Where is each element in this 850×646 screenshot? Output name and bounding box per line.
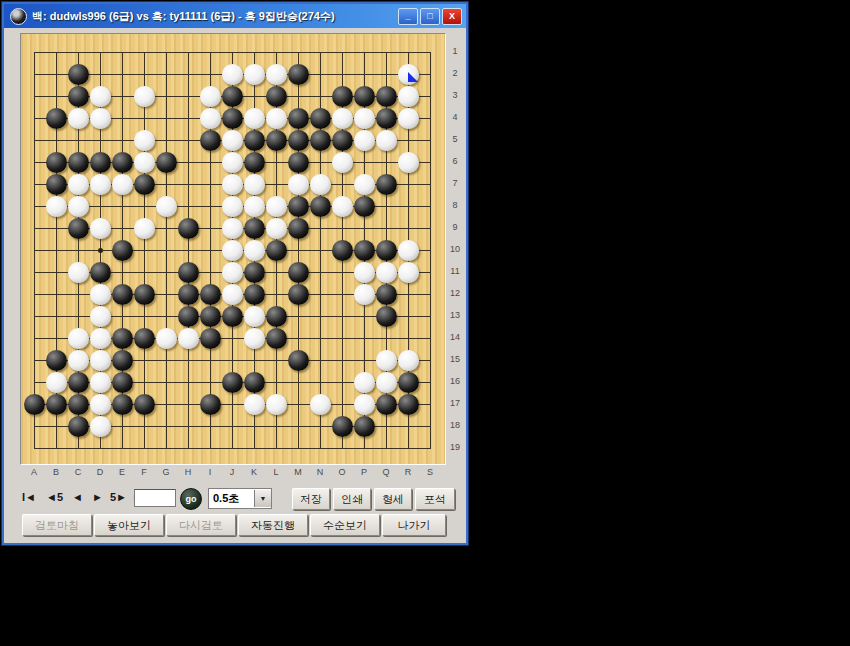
stone-M4[interactable] <box>288 108 309 129</box>
stone-E15[interactable] <box>112 350 133 371</box>
stone-K10[interactable] <box>244 240 265 261</box>
row-label-12: 12 <box>446 288 464 298</box>
column-label-P: P <box>355 467 373 477</box>
stone-K17[interactable] <box>244 394 265 415</box>
stone-D7[interactable] <box>90 174 111 195</box>
stone-H12[interactable] <box>178 284 199 305</box>
stone-R11[interactable] <box>398 262 419 283</box>
row-label-14: 14 <box>446 332 464 342</box>
nav-forward5-button[interactable]: 5► <box>110 491 127 503</box>
stone-E16[interactable] <box>112 372 133 393</box>
stone-Q5[interactable] <box>376 130 397 151</box>
row-label-5: 5 <box>446 134 464 144</box>
stone-D15[interactable] <box>90 350 111 371</box>
column-label-M: M <box>289 467 307 477</box>
column-label-J: J <box>223 467 241 477</box>
desktop: { "game": "go", "window": { "title": "백:… <box>0 0 850 646</box>
stone-M5[interactable] <box>288 130 309 151</box>
stone-P11[interactable] <box>354 262 375 283</box>
column-label-C: C <box>69 467 87 477</box>
stone-F6[interactable] <box>134 152 155 173</box>
re-review-button[interactable]: 다시검토 <box>166 514 236 536</box>
stone-M11[interactable] <box>288 262 309 283</box>
stone-R2[interactable] <box>398 64 419 85</box>
stone-L13[interactable] <box>266 306 287 327</box>
stone-N8[interactable] <box>310 196 331 217</box>
stone-J7[interactable] <box>222 174 243 195</box>
stone-E17[interactable] <box>112 394 133 415</box>
stone-I4[interactable] <box>200 108 221 129</box>
stone-L17[interactable] <box>266 394 287 415</box>
stone-D13[interactable] <box>90 306 111 327</box>
stone-D4[interactable] <box>90 108 111 129</box>
shape-button[interactable]: 형세 <box>374 488 412 510</box>
controls-row-1: Ι◄ ◄5 ◄ ► 5► ►Ι go 0.5초 ▼ 저장 인쇄 형세 포석 <box>4 488 466 512</box>
stone-R10[interactable] <box>398 240 419 261</box>
stone-Q11[interactable] <box>376 262 397 283</box>
stone-K16[interactable] <box>244 372 265 393</box>
row-label-7: 7 <box>446 178 464 188</box>
column-label-L: L <box>267 467 285 477</box>
stone-N17[interactable] <box>310 394 331 415</box>
column-label-S: S <box>421 467 439 477</box>
column-label-N: N <box>311 467 329 477</box>
stone-P5[interactable] <box>354 130 375 151</box>
stone-M9[interactable] <box>288 218 309 239</box>
stone-I5[interactable] <box>200 130 221 151</box>
row-label-8: 8 <box>446 200 464 210</box>
nav-back-button[interactable]: ◄ <box>72 491 83 503</box>
row-label-15: 15 <box>446 354 464 364</box>
stone-O10[interactable] <box>332 240 353 261</box>
stone-Q4[interactable] <box>376 108 397 129</box>
stone-F14[interactable] <box>134 328 155 349</box>
stone-D12[interactable] <box>90 284 111 305</box>
stone-C16[interactable] <box>68 372 89 393</box>
stone-Q10[interactable] <box>376 240 397 261</box>
stone-J12[interactable] <box>222 284 243 305</box>
stone-J3[interactable] <box>222 86 243 107</box>
stone-F17[interactable] <box>134 394 155 415</box>
stone-P7[interactable] <box>354 174 375 195</box>
stone-D16[interactable] <box>90 372 111 393</box>
stone-R4[interactable] <box>398 108 419 129</box>
stone-F9[interactable] <box>134 218 155 239</box>
stone-E7[interactable] <box>112 174 133 195</box>
stone-H9[interactable] <box>178 218 199 239</box>
window-title: 백: dudwls996 (6급) vs 흑: ty11111 (6급) - 흑… <box>32 9 396 24</box>
column-label-Q: Q <box>377 467 395 477</box>
stone-O3[interactable] <box>332 86 353 107</box>
stone-R3[interactable] <box>398 86 419 107</box>
grid-line <box>34 448 431 449</box>
stone-P4[interactable] <box>354 108 375 129</box>
minimize-button[interactable]: _ <box>398 8 418 25</box>
stone-L14[interactable] <box>266 328 287 349</box>
stone-K4[interactable] <box>244 108 265 129</box>
stone-H14[interactable] <box>178 328 199 349</box>
stone-K7[interactable] <box>244 174 265 195</box>
nav-first-button[interactable]: Ι◄ <box>22 491 36 503</box>
stone-O4[interactable] <box>332 108 353 129</box>
stone-B17[interactable] <box>46 394 67 415</box>
stone-J11[interactable] <box>222 262 243 283</box>
stone-R16[interactable] <box>398 372 419 393</box>
stone-F3[interactable] <box>134 86 155 107</box>
stone-J6[interactable] <box>222 152 243 173</box>
row-label-2: 2 <box>446 68 464 78</box>
go-board[interactable] <box>20 33 446 465</box>
maximize-button[interactable]: □ <box>420 8 440 25</box>
stone-P8[interactable] <box>354 196 375 217</box>
stone-M12[interactable] <box>288 284 309 305</box>
stone-C9[interactable] <box>68 218 89 239</box>
row-label-6: 6 <box>446 156 464 166</box>
stone-K8[interactable] <box>244 196 265 217</box>
stone-F7[interactable] <box>134 174 155 195</box>
stone-E12[interactable] <box>112 284 133 305</box>
stone-J10[interactable] <box>222 240 243 261</box>
stone-Q12[interactable] <box>376 284 397 305</box>
stone-K11[interactable] <box>244 262 265 283</box>
stone-L3[interactable] <box>266 86 287 107</box>
review-end-button[interactable]: 검토마침 <box>22 514 92 536</box>
stone-Q17[interactable] <box>376 394 397 415</box>
exit-button[interactable]: 나가기 <box>382 514 446 536</box>
stone-B7[interactable] <box>46 174 67 195</box>
stone-E10[interactable] <box>112 240 133 261</box>
stone-J9[interactable] <box>222 218 243 239</box>
column-label-K: K <box>245 467 263 477</box>
save-button[interactable]: 저장 <box>292 488 330 510</box>
row-label-18: 18 <box>446 420 464 430</box>
stone-A17[interactable] <box>24 394 45 415</box>
stone-Q16[interactable] <box>376 372 397 393</box>
stone-R17[interactable] <box>398 394 419 415</box>
stone-R6[interactable] <box>398 152 419 173</box>
row-label-13: 13 <box>446 310 464 320</box>
row-label-16: 16 <box>446 376 464 386</box>
stone-P12[interactable] <box>354 284 375 305</box>
nav-forward-button[interactable]: ► <box>92 491 103 503</box>
column-label-R: R <box>399 467 417 477</box>
stone-H11[interactable] <box>178 262 199 283</box>
stone-M6[interactable] <box>288 152 309 173</box>
column-label-D: D <box>91 467 109 477</box>
stone-L9[interactable] <box>266 218 287 239</box>
stone-M2[interactable] <box>288 64 309 85</box>
opening-button[interactable]: 포석 <box>415 488 455 510</box>
row-label-17: 17 <box>446 398 464 408</box>
controls-row-2: 검토마침 놓아보기 다시검토 자동진행 수순보기 나가기 <box>4 514 466 538</box>
stone-M15[interactable] <box>288 350 309 371</box>
column-label-B: B <box>47 467 65 477</box>
stone-P3[interactable] <box>354 86 375 107</box>
stone-G8[interactable] <box>156 196 177 217</box>
stone-M7[interactable] <box>288 174 309 195</box>
column-label-G: G <box>157 467 175 477</box>
stone-M8[interactable] <box>288 196 309 217</box>
stone-D6[interactable] <box>90 152 111 173</box>
star-point <box>98 248 103 253</box>
column-label-E: E <box>113 467 131 477</box>
stone-D18[interactable] <box>90 416 111 437</box>
stone-C18[interactable] <box>68 416 89 437</box>
last-move-marker <box>408 72 418 82</box>
column-label-A: A <box>25 467 43 477</box>
stone-I12[interactable] <box>200 284 221 305</box>
stone-B4[interactable] <box>46 108 67 129</box>
stone-O8[interactable] <box>332 196 353 217</box>
stone-L4[interactable] <box>266 108 287 129</box>
stone-D11[interactable] <box>90 262 111 283</box>
move-number-input[interactable] <box>134 489 176 507</box>
stone-C4[interactable] <box>68 108 89 129</box>
stone-N4[interactable] <box>310 108 331 129</box>
stone-R15[interactable] <box>398 350 419 371</box>
stone-B6[interactable] <box>46 152 67 173</box>
stone-K13[interactable] <box>244 306 265 327</box>
print-button[interactable]: 인쇄 <box>333 488 371 510</box>
row-label-4: 4 <box>446 112 464 122</box>
go-stone-app-icon <box>10 8 27 25</box>
board-area: 12345678910111213141516171819ABCDEFGHIJK… <box>20 33 464 483</box>
stone-J8[interactable] <box>222 196 243 217</box>
stone-F12[interactable] <box>134 284 155 305</box>
column-label-F: F <box>135 467 153 477</box>
stone-Q15[interactable] <box>376 350 397 371</box>
stone-L5[interactable] <box>266 130 287 151</box>
stone-G14[interactable] <box>156 328 177 349</box>
stone-P18[interactable] <box>354 416 375 437</box>
row-label-10: 10 <box>446 244 464 254</box>
dropdown-arrow-icon[interactable]: ▼ <box>254 490 271 507</box>
stone-J5[interactable] <box>222 130 243 151</box>
stone-I14[interactable] <box>200 328 221 349</box>
stone-J2[interactable] <box>222 64 243 85</box>
stone-B16[interactable] <box>46 372 67 393</box>
row-label-11: 11 <box>446 266 464 276</box>
stone-L8[interactable] <box>266 196 287 217</box>
row-label-19: 19 <box>446 442 464 452</box>
stone-K14[interactable] <box>244 328 265 349</box>
stone-I13[interactable] <box>200 306 221 327</box>
stone-K12[interactable] <box>244 284 265 305</box>
stone-Q3[interactable] <box>376 86 397 107</box>
stone-C3[interactable] <box>68 86 89 107</box>
stone-P10[interactable] <box>354 240 375 261</box>
speed-dropdown[interactable]: 0.5초 ▼ <box>208 488 272 509</box>
row-label-9: 9 <box>446 222 464 232</box>
stone-L10[interactable] <box>266 240 287 261</box>
stone-E6[interactable] <box>112 152 133 173</box>
stone-Q7[interactable] <box>376 174 397 195</box>
stone-K5[interactable] <box>244 130 265 151</box>
stone-D9[interactable] <box>90 218 111 239</box>
stone-B8[interactable] <box>46 196 67 217</box>
stone-C8[interactable] <box>68 196 89 217</box>
stone-I17[interactable] <box>200 394 221 415</box>
go-button[interactable]: go <box>180 488 202 510</box>
game-window: 백: dudwls996 (6급) vs 흑: ty11111 (6급) - 흑… <box>2 2 468 545</box>
grid-line <box>430 52 431 449</box>
stone-C15[interactable] <box>68 350 89 371</box>
row-label-1: 1 <box>446 46 464 56</box>
stone-J16[interactable] <box>222 372 243 393</box>
auto-play-button[interactable]: 자동진행 <box>238 514 308 536</box>
stone-D17[interactable] <box>90 394 111 415</box>
stone-E14[interactable] <box>112 328 133 349</box>
stone-J13[interactable] <box>222 306 243 327</box>
row-label-3: 3 <box>446 90 464 100</box>
stone-G6[interactable] <box>156 152 177 173</box>
stone-H13[interactable] <box>178 306 199 327</box>
stone-L2[interactable] <box>266 64 287 85</box>
stone-C14[interactable] <box>68 328 89 349</box>
close-button[interactable]: X <box>442 8 462 25</box>
stone-K2[interactable] <box>244 64 265 85</box>
stone-J4[interactable] <box>222 108 243 129</box>
stone-Q13[interactable] <box>376 306 397 327</box>
stone-O5[interactable] <box>332 130 353 151</box>
stone-C6[interactable] <box>68 152 89 173</box>
titlebar[interactable]: 백: dudwls996 (6급) vs 흑: ty11111 (6급) - 흑… <box>4 4 466 28</box>
stone-K9[interactable] <box>244 218 265 239</box>
column-label-O: O <box>333 467 351 477</box>
stone-K6[interactable] <box>244 152 265 173</box>
stone-C2[interactable] <box>68 64 89 85</box>
speed-value: 0.5초 <box>209 491 254 506</box>
column-label-I: I <box>201 467 219 477</box>
stone-F5[interactable] <box>134 130 155 151</box>
stone-B15[interactable] <box>46 350 67 371</box>
stone-I3[interactable] <box>200 86 221 107</box>
column-label-H: H <box>179 467 197 477</box>
move-order-button[interactable]: 수순보기 <box>310 514 380 536</box>
stone-O18[interactable] <box>332 416 353 437</box>
stone-D14[interactable] <box>90 328 111 349</box>
stone-N5[interactable] <box>310 130 331 151</box>
stone-O6[interactable] <box>332 152 353 173</box>
stone-C17[interactable] <box>68 394 89 415</box>
nav-back5-button[interactable]: ◄5 <box>46 491 63 503</box>
stone-P17[interactable] <box>354 394 375 415</box>
stone-D3[interactable] <box>90 86 111 107</box>
stone-C11[interactable] <box>68 262 89 283</box>
stone-N7[interactable] <box>310 174 331 195</box>
try-move-button[interactable]: 놓아보기 <box>94 514 164 536</box>
stone-P16[interactable] <box>354 372 375 393</box>
stone-C7[interactable] <box>68 174 89 195</box>
